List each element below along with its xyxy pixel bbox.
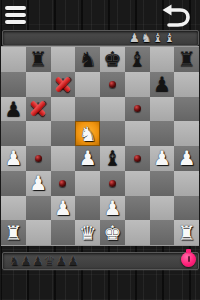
captured-tray-bottom: ♞♟♟♛♟♟ — [2, 252, 199, 270]
square-a4[interactable]: ♟ — [1, 146, 26, 171]
piece-white-rook: ♜ — [4, 223, 22, 243]
stopwatch-icon — [181, 252, 196, 267]
piece-white-pawn: ♟ — [103, 198, 121, 218]
piece-white-pawn: ♟ — [178, 148, 196, 168]
square-c2[interactable]: ♟ — [51, 196, 76, 221]
move-dot — [134, 155, 141, 162]
square-h7[interactable] — [174, 72, 199, 97]
square-a2[interactable] — [1, 196, 26, 221]
captured-black-pieces: ♞♟♟♛♟♟ — [9, 255, 80, 267]
square-g7[interactable]: ♟ — [150, 72, 175, 97]
square-a8[interactable] — [1, 47, 26, 72]
square-a1[interactable]: ♜ — [1, 220, 26, 245]
square-g2[interactable] — [150, 196, 175, 221]
square-a5[interactable] — [1, 121, 26, 146]
square-c3[interactable] — [51, 171, 76, 196]
piece-black-bishop: ♝ — [103, 148, 121, 168]
square-d6[interactable] — [75, 97, 100, 122]
piece-white-knight: ♞ — [79, 124, 97, 144]
chess-board: ♜♞♚♝♜♟♟♟♟♞♟♟♝♟♟♟♟♟♜♛♚♜ — [1, 47, 199, 245]
square-f6[interactable] — [125, 97, 150, 122]
square-h5[interactable] — [174, 121, 199, 146]
square-b8[interactable]: ♜ — [26, 47, 51, 72]
square-c1[interactable] — [51, 220, 76, 245]
chess-app-screen: ♟♞♝♝ ♜♞♚♝♜♟♟♟♟♞♟♟♝♟♟♟♟♟♜♛♚♜ ♞♟♟♛♟♟ — [0, 0, 200, 300]
square-f8[interactable]: ♝ — [125, 47, 150, 72]
square-f2[interactable] — [125, 196, 150, 221]
square-e8[interactable]: ♚ — [100, 47, 125, 72]
piece-white-rook: ♜ — [178, 223, 196, 243]
menu-button[interactable] — [5, 6, 27, 24]
square-d4[interactable]: ♟ — [75, 146, 100, 171]
clock-button[interactable] — [180, 249, 197, 267]
piece-white-pawn: ♟ — [4, 148, 22, 168]
move-dot — [134, 105, 141, 112]
piece-white-pawn: ♟ — [153, 148, 171, 168]
move-dot — [35, 155, 42, 162]
piece-black-pawn: ♟ — [4, 99, 22, 119]
square-d8[interactable]: ♞ — [75, 47, 100, 72]
piece-white-king: ♚ — [103, 223, 121, 243]
square-e3[interactable] — [100, 171, 125, 196]
square-g5[interactable] — [150, 121, 175, 146]
square-b7[interactable] — [26, 72, 51, 97]
square-b4[interactable] — [26, 146, 51, 171]
undo-button[interactable] — [160, 3, 192, 29]
square-e6[interactable] — [100, 97, 125, 122]
square-e4[interactable]: ♝ — [100, 146, 125, 171]
square-f5[interactable] — [125, 121, 150, 146]
square-h4[interactable]: ♟ — [174, 146, 199, 171]
piece-black-rook: ♜ — [29, 49, 47, 69]
piece-black-bishop: ♝ — [128, 49, 146, 69]
square-b5[interactable] — [26, 121, 51, 146]
square-d7[interactable] — [75, 72, 100, 97]
square-h2[interactable] — [174, 196, 199, 221]
square-e1[interactable]: ♚ — [100, 220, 125, 245]
piece-white-queen: ♛ — [79, 223, 97, 243]
square-d1[interactable]: ♛ — [75, 220, 100, 245]
square-a3[interactable] — [1, 171, 26, 196]
square-b6[interactable]: ♟ — [26, 97, 51, 122]
piece-black-rook: ♜ — [178, 49, 196, 69]
square-h1[interactable]: ♜ — [174, 220, 199, 245]
piece-black-knight: ♞ — [79, 49, 97, 69]
square-c4[interactable] — [51, 146, 76, 171]
square-g6[interactable] — [150, 97, 175, 122]
square-h8[interactable]: ♜ — [174, 47, 199, 72]
piece-white-pawn: ♟ — [79, 148, 97, 168]
square-c6[interactable] — [51, 97, 76, 122]
square-e5[interactable] — [100, 121, 125, 146]
square-e7[interactable] — [100, 72, 125, 97]
square-f1[interactable] — [125, 220, 150, 245]
square-g4[interactable]: ♟ — [150, 146, 175, 171]
square-g1[interactable] — [150, 220, 175, 245]
square-f4[interactable] — [125, 146, 150, 171]
piece-black-pawn: ♟ — [153, 74, 171, 94]
move-dot — [109, 180, 116, 187]
square-b2[interactable] — [26, 196, 51, 221]
square-a6[interactable]: ♟ — [1, 97, 26, 122]
square-c5[interactable] — [51, 121, 76, 146]
move-dot — [59, 180, 66, 187]
square-f3[interactable] — [125, 171, 150, 196]
square-h3[interactable] — [174, 171, 199, 196]
square-d2[interactable] — [75, 196, 100, 221]
square-a7[interactable] — [1, 72, 26, 97]
hamburger-icon — [5, 6, 27, 24]
undo-arrow-icon — [160, 3, 192, 29]
piece-black-king: ♚ — [103, 49, 121, 69]
square-g3[interactable] — [150, 171, 175, 196]
square-b3[interactable]: ♟ — [26, 171, 51, 196]
square-d5[interactable]: ♞ — [75, 121, 100, 146]
square-e2[interactable]: ♟ — [100, 196, 125, 221]
piece-white-pawn: ♟ — [29, 173, 47, 193]
square-c7[interactable]: ♟ — [51, 72, 76, 97]
captured-white-pieces: ♟♞♝♝ — [129, 32, 176, 44]
square-c8[interactable] — [51, 47, 76, 72]
move-dot — [109, 81, 116, 88]
square-d3[interactable] — [75, 171, 100, 196]
square-b1[interactable] — [26, 220, 51, 245]
square-h6[interactable] — [174, 97, 199, 122]
captured-tray-top: ♟♞♝♝ — [2, 30, 199, 46]
square-f7[interactable] — [125, 72, 150, 97]
square-g8[interactable] — [150, 47, 175, 72]
piece-white-pawn: ♟ — [54, 198, 72, 218]
